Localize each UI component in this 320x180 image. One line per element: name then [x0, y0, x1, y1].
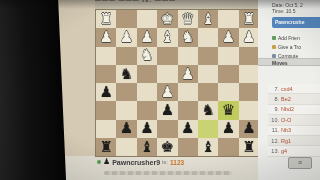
square-g1[interactable]: [116, 10, 136, 28]
square-e3[interactable]: [157, 47, 177, 65]
square-d6[interactable]: [178, 101, 198, 119]
square-g5[interactable]: [116, 83, 136, 101]
square-f4[interactable]: [137, 65, 157, 83]
square-c4[interactable]: [198, 65, 218, 83]
piece-white-pawn[interactable]: ♟: [140, 30, 153, 45]
move-link[interactable]: Rg1: [281, 138, 291, 144]
square-g4[interactable]: ♞: [116, 65, 136, 83]
square-b3[interactable]: [218, 47, 238, 65]
square-h7[interactable]: [96, 120, 116, 138]
piece-black-pawn[interactable]: ♟: [99, 85, 112, 100]
square-f6[interactable]: [137, 101, 157, 119]
piece-white-rook[interactable]: ♜: [99, 12, 112, 27]
move-link[interactable]: Nb3: [281, 127, 291, 133]
moves-section-header: Moves: [258, 58, 320, 66]
square-g2[interactable]: ♟: [116, 28, 136, 46]
move-link[interactable]: O-O: [281, 117, 291, 123]
square-a4[interactable]: [239, 65, 259, 83]
square-f5[interactable]: [137, 83, 157, 101]
square-e7[interactable]: [157, 120, 177, 138]
piece-black-knight[interactable]: ♞: [201, 103, 214, 118]
game-time-control: Time: 10.5: [272, 8, 320, 14]
square-h1[interactable]: ♜: [96, 10, 116, 28]
square-e6[interactable]: ♟: [157, 101, 177, 119]
move-link[interactable]: g4: [281, 148, 287, 154]
is-label: is:: [162, 159, 168, 165]
square-b4[interactable]: [218, 65, 238, 83]
square-e5[interactable]: ♟: [157, 83, 177, 101]
move-list: 7.cxd48.Be29.Nbd210.O-O11.Nb312.Rg113.g4: [268, 84, 320, 157]
square-c8[interactable]: ♝: [198, 138, 218, 156]
bottom-player-line: ♟ Pawncrusher9 is: 1123: [97, 156, 257, 168]
piece-black-rook[interactable]: ♜: [99, 140, 112, 155]
piece-black-pawn[interactable]: ♟: [120, 121, 133, 136]
piece-black-pawn[interactable]: ♟: [181, 121, 194, 136]
move-number: 13.: [268, 148, 279, 154]
piece-white-king[interactable]: ♚: [161, 12, 174, 27]
square-a1[interactable]: ♜: [239, 10, 259, 28]
square-e8[interactable]: ♚: [157, 138, 177, 156]
piece-black-pawn[interactable]: ♟: [161, 103, 174, 118]
top-player-line-cropped: ——— ——— is: ———: [95, 0, 258, 9]
move-number: 7.: [268, 86, 279, 92]
menu-item-add-frien[interactable]: Add Frien: [272, 35, 301, 41]
square-c3[interactable]: [198, 47, 218, 65]
move-link[interactable]: cxd4: [281, 86, 293, 92]
trophy-icon: [272, 45, 276, 49]
square-b2[interactable]: ♟: [218, 28, 238, 46]
square-b6[interactable]: ♛: [218, 101, 238, 119]
move-number: 10.: [268, 117, 279, 123]
move-link[interactable]: Nbd2: [281, 106, 294, 112]
square-b8[interactable]: [218, 138, 238, 156]
piece-white-rook[interactable]: ♜: [242, 12, 255, 27]
piece-black-pawn[interactable]: ♟: [140, 121, 153, 136]
piece-white-pawn[interactable]: ♟: [99, 30, 112, 45]
piece-white-pawn[interactable]: ♟: [222, 30, 235, 45]
piece-white-bishop[interactable]: ♝: [161, 30, 174, 45]
menu-item-label: Give a Tro: [278, 44, 301, 50]
square-g8[interactable]: [116, 138, 136, 156]
online-status-dot: [97, 160, 101, 164]
square-a7[interactable]: ♟: [239, 120, 259, 138]
square-c5[interactable]: [198, 83, 218, 101]
move-row: 7.cxd4: [268, 84, 320, 94]
square-e1[interactable]: ♚: [157, 10, 177, 28]
piece-black-queen[interactable]: ♛: [222, 103, 235, 118]
piece-white-knight[interactable]: ♞: [181, 30, 194, 45]
square-h2[interactable]: ♟: [96, 28, 116, 46]
game-info-sidebar: Date: Oct 5, 2 Time: 10.5 Pawncrushe Add…: [258, 0, 320, 180]
blurred-caption-text: [104, 171, 232, 175]
square-h3[interactable]: [96, 47, 116, 65]
piece-white-queen[interactable]: ♛: [181, 12, 194, 27]
move-row: 12.Rg1: [268, 136, 320, 146]
square-f7[interactable]: ♟: [137, 120, 157, 138]
square-a6[interactable]: [239, 101, 259, 119]
square-a5[interactable]: [239, 83, 259, 101]
piece-white-pawn[interactable]: ♟: [242, 30, 255, 45]
add-friend-icon: [272, 36, 276, 40]
square-f3[interactable]: ♞: [137, 47, 157, 65]
piece-black-pawn[interactable]: ♟: [222, 121, 235, 136]
player-rating: 1123: [170, 159, 184, 166]
move-row: 11.Nb3: [268, 126, 320, 136]
move-row: 10.O-O: [268, 115, 320, 125]
square-c6[interactable]: ♞: [198, 101, 218, 119]
moves-dropdown-button[interactable]: ≡: [288, 157, 312, 169]
square-b5[interactable]: [218, 83, 238, 101]
piece-white-pawn[interactable]: ♟: [120, 30, 133, 45]
move-row: 8.Be2: [268, 94, 320, 104]
square-c7[interactable]: [198, 120, 218, 138]
square-b7[interactable]: ♟: [218, 120, 238, 138]
menu-item-give-a-tro[interactable]: Give a Tro: [272, 44, 301, 50]
move-row: 13.g4: [268, 146, 320, 156]
square-d1[interactable]: ♛: [178, 10, 198, 28]
square-h8[interactable]: ♜: [96, 138, 116, 156]
piece-black-bishop[interactable]: ♝: [201, 140, 214, 155]
player-profile-button[interactable]: Pawncrushe: [272, 17, 320, 28]
move-row: 9.Nbd2: [268, 105, 320, 115]
photographed-monitor: ——— ——— is: ——— ♜♚♛♝♜♟♟♟♝♞♟♟♞♞♟♟♟♟♞♛♟♟♟♟…: [0, 0, 320, 180]
piece-white-pawn[interactable]: ♟: [181, 67, 194, 82]
piece-black-pawn[interactable]: ♟: [242, 121, 255, 136]
piece-black-king[interactable]: ♚: [161, 140, 174, 155]
piece-white-bishop[interactable]: ♝: [201, 12, 214, 27]
player-name[interactable]: Pawncrusher9: [112, 159, 160, 166]
square-c2[interactable]: [198, 28, 218, 46]
square-h5[interactable]: ♟: [96, 83, 116, 101]
square-d3[interactable]: [178, 47, 198, 65]
square-e2[interactable]: ♝: [157, 28, 177, 46]
square-d7[interactable]: ♟: [178, 120, 198, 138]
move-number: 11.: [268, 127, 279, 133]
square-g7[interactable]: ♟: [116, 120, 136, 138]
action-menu: Add FrienGive a TroCompute: [272, 35, 301, 59]
move-link[interactable]: Be2: [281, 96, 291, 102]
piece-black-bishop[interactable]: ♝: [140, 140, 153, 155]
square-d5[interactable]: [178, 83, 198, 101]
square-g3[interactable]: [116, 47, 136, 65]
move-number: 8.: [268, 96, 279, 102]
piece-black-knight[interactable]: ♞: [120, 67, 133, 82]
top-player-text: ——— ——— is: ———: [95, 0, 258, 3]
square-f2[interactable]: ♟: [137, 28, 157, 46]
square-a3[interactable]: [239, 47, 259, 65]
square-f8[interactable]: ♝: [137, 138, 157, 156]
square-e4[interactable]: [157, 65, 177, 83]
menu-item-label: Add Frien: [278, 35, 300, 41]
move-number: 12.: [268, 138, 279, 144]
chess-board[interactable]: ♜♚♛♝♜♟♟♟♝♞♟♟♞♞♟♟♟♟♞♛♟♟♟♟♟♜♝♚♝♜: [95, 9, 260, 157]
move-number: 9.: [268, 106, 279, 112]
piece-black-rook[interactable]: ♜: [242, 140, 255, 155]
square-h6[interactable]: [96, 101, 116, 119]
square-a8[interactable]: ♜: [239, 138, 259, 156]
square-h4[interactable]: [96, 65, 116, 83]
piece-white-pawn[interactable]: ♟: [161, 85, 174, 100]
square-g6[interactable]: [116, 101, 136, 119]
square-d2[interactable]: ♞: [178, 28, 198, 46]
square-c1[interactable]: ♝: [198, 10, 218, 28]
square-d8[interactable]: [178, 138, 198, 156]
square-f1[interactable]: [137, 10, 157, 28]
square-b1[interactable]: [218, 10, 238, 28]
square-a2[interactable]: ♟: [239, 28, 259, 46]
square-d4[interactable]: ♟: [178, 65, 198, 83]
monitor-bezel: [0, 0, 67, 180]
black-pawn-icon: ♟: [103, 158, 110, 166]
piece-white-knight[interactable]: ♞: [140, 48, 153, 63]
